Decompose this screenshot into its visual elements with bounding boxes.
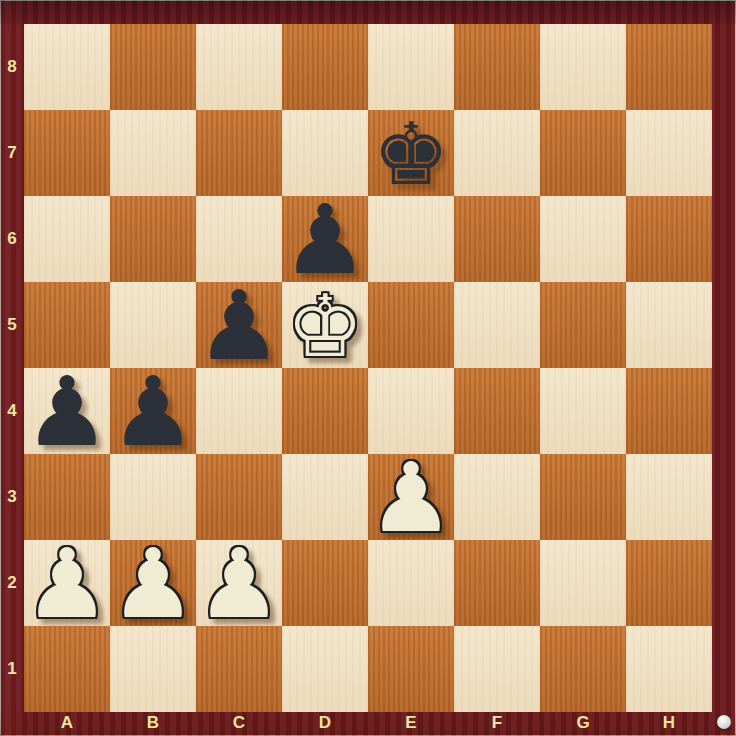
- square-f1[interactable]: [454, 626, 540, 712]
- square-h5[interactable]: [626, 282, 712, 368]
- file-label-a: A: [24, 712, 110, 736]
- rank-label-4: 4: [0, 368, 24, 454]
- rank-label-2: 2: [0, 540, 24, 626]
- square-e8[interactable]: [368, 24, 454, 110]
- file-label-b: B: [110, 712, 196, 736]
- square-d8[interactable]: [282, 24, 368, 110]
- file-label-g: G: [540, 712, 626, 736]
- black-pawn-c5[interactable]: ♟: [196, 278, 282, 374]
- square-e5[interactable]: [368, 282, 454, 368]
- square-a1[interactable]: [24, 626, 110, 712]
- square-h7[interactable]: [626, 110, 712, 196]
- square-f7[interactable]: [454, 110, 540, 196]
- white-pawn-e3[interactable]: ♟: [368, 450, 454, 546]
- black-pawn-d6[interactable]: ♟: [282, 192, 368, 288]
- square-d4[interactable]: [282, 368, 368, 454]
- rank-label-3: 3: [0, 454, 24, 540]
- square-c2[interactable]: ♟: [196, 540, 282, 626]
- square-f3[interactable]: [454, 454, 540, 540]
- black-pawn-b4[interactable]: ♟: [110, 364, 196, 460]
- chess-board-screenshot: 8 7 6 5 4 3 2 1 ♚♟♟♚♟♟♟♟♟♟ A B C D E F G…: [0, 0, 736, 736]
- square-a6[interactable]: [24, 196, 110, 282]
- square-d6[interactable]: ♟: [282, 196, 368, 282]
- square-b2[interactable]: ♟: [110, 540, 196, 626]
- square-a2[interactable]: ♟: [24, 540, 110, 626]
- rank-label-7: 7: [0, 110, 24, 196]
- square-f5[interactable]: [454, 282, 540, 368]
- white-to-move-indicator-icon: [717, 715, 731, 729]
- rank-label-6: 6: [0, 196, 24, 282]
- square-f8[interactable]: [454, 24, 540, 110]
- square-e1[interactable]: [368, 626, 454, 712]
- square-d2[interactable]: [282, 540, 368, 626]
- white-king-d5[interactable]: ♚: [286, 283, 363, 369]
- file-label-e: E: [368, 712, 454, 736]
- square-a8[interactable]: [24, 24, 110, 110]
- square-b4[interactable]: ♟: [110, 368, 196, 454]
- square-c8[interactable]: [196, 24, 282, 110]
- square-g2[interactable]: [540, 540, 626, 626]
- file-label-d: D: [282, 712, 368, 736]
- square-a4[interactable]: ♟: [24, 368, 110, 454]
- square-c5[interactable]: ♟: [196, 282, 282, 368]
- square-h4[interactable]: [626, 368, 712, 454]
- square-e3[interactable]: ♟: [368, 454, 454, 540]
- file-labels: A B C D E F G H: [24, 712, 712, 736]
- square-g6[interactable]: [540, 196, 626, 282]
- square-d5[interactable]: ♚: [282, 282, 368, 368]
- square-d3[interactable]: [282, 454, 368, 540]
- square-f2[interactable]: [454, 540, 540, 626]
- rank-label-5: 5: [0, 282, 24, 368]
- square-h6[interactable]: [626, 196, 712, 282]
- square-e6[interactable]: [368, 196, 454, 282]
- file-label-f: F: [454, 712, 540, 736]
- square-c1[interactable]: [196, 626, 282, 712]
- file-label-c: C: [196, 712, 282, 736]
- square-f4[interactable]: [454, 368, 540, 454]
- rank-label-8: 8: [0, 24, 24, 110]
- white-pawn-c2[interactable]: ♟: [196, 536, 282, 632]
- board: ♚♟♟♚♟♟♟♟♟♟: [24, 24, 712, 712]
- square-c4[interactable]: [196, 368, 282, 454]
- square-h2[interactable]: [626, 540, 712, 626]
- square-g5[interactable]: [540, 282, 626, 368]
- square-h1[interactable]: [626, 626, 712, 712]
- black-pawn-a4[interactable]: ♟: [24, 364, 110, 460]
- square-c7[interactable]: [196, 110, 282, 196]
- square-g3[interactable]: [540, 454, 626, 540]
- square-e7[interactable]: ♚: [368, 110, 454, 196]
- square-g1[interactable]: [540, 626, 626, 712]
- rank-label-1: 1: [0, 626, 24, 712]
- square-b1[interactable]: [110, 626, 196, 712]
- square-e2[interactable]: [368, 540, 454, 626]
- square-h8[interactable]: [626, 24, 712, 110]
- white-pawn-a2[interactable]: ♟: [24, 536, 110, 632]
- square-h3[interactable]: [626, 454, 712, 540]
- square-g4[interactable]: [540, 368, 626, 454]
- square-b8[interactable]: [110, 24, 196, 110]
- square-b6[interactable]: [110, 196, 196, 282]
- square-g7[interactable]: [540, 110, 626, 196]
- square-d1[interactable]: [282, 626, 368, 712]
- rank-labels: 8 7 6 5 4 3 2 1: [0, 24, 24, 712]
- white-pawn-b2[interactable]: ♟: [110, 536, 196, 632]
- file-label-h: H: [626, 712, 712, 736]
- square-f6[interactable]: [454, 196, 540, 282]
- square-b7[interactable]: [110, 110, 196, 196]
- square-a7[interactable]: [24, 110, 110, 196]
- square-g8[interactable]: [540, 24, 626, 110]
- black-king-e7[interactable]: ♚: [372, 111, 449, 197]
